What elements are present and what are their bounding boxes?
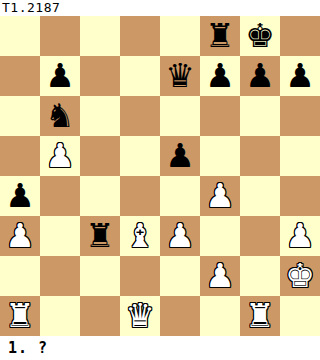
square-c1[interactable]	[80, 296, 120, 336]
square-e8[interactable]	[160, 16, 200, 56]
square-f6[interactable]	[200, 96, 240, 136]
square-c2[interactable]	[80, 256, 120, 296]
square-f5[interactable]	[200, 136, 240, 176]
square-c7[interactable]	[80, 56, 120, 96]
black-rook[interactable]: ♜	[85, 216, 115, 256]
square-b3[interactable]	[40, 216, 80, 256]
square-h1[interactable]	[280, 296, 320, 336]
square-g4[interactable]	[240, 176, 280, 216]
white-pawn[interactable]: ♟	[45, 136, 75, 176]
square-g7[interactable]: ♟	[240, 56, 280, 96]
square-f8[interactable]: ♜	[200, 16, 240, 56]
square-f4[interactable]: ♟	[200, 176, 240, 216]
white-king[interactable]: ♚	[285, 256, 315, 296]
square-a4[interactable]: ♟	[0, 176, 40, 216]
square-e7[interactable]: ♛	[160, 56, 200, 96]
white-pawn[interactable]: ♟	[5, 216, 35, 256]
square-c6[interactable]	[80, 96, 120, 136]
square-d7[interactable]	[120, 56, 160, 96]
square-g5[interactable]	[240, 136, 280, 176]
black-pawn[interactable]: ♟	[45, 56, 75, 96]
square-b4[interactable]	[40, 176, 80, 216]
white-pawn[interactable]: ♟	[165, 216, 195, 256]
square-h6[interactable]	[280, 96, 320, 136]
square-a7[interactable]	[0, 56, 40, 96]
black-rook[interactable]: ♜	[205, 16, 235, 56]
square-d5[interactable]	[120, 136, 160, 176]
square-g3[interactable]	[240, 216, 280, 256]
square-a1[interactable]: ♜	[0, 296, 40, 336]
chess-board: ♜♚♟♛♟♟♟♞♟♟♟♟♟♜♝♟♟♟♚♜♛♜	[0, 16, 320, 336]
square-c4[interactable]	[80, 176, 120, 216]
square-b5[interactable]: ♟	[40, 136, 80, 176]
square-g6[interactable]	[240, 96, 280, 136]
square-d6[interactable]	[120, 96, 160, 136]
square-d8[interactable]	[120, 16, 160, 56]
puzzle-title: T1.2187	[0, 0, 320, 16]
black-pawn[interactable]: ♟	[285, 56, 315, 96]
square-g1[interactable]: ♜	[240, 296, 280, 336]
square-e2[interactable]	[160, 256, 200, 296]
square-c8[interactable]	[80, 16, 120, 56]
square-h8[interactable]	[280, 16, 320, 56]
square-f3[interactable]	[200, 216, 240, 256]
black-king[interactable]: ♚	[245, 16, 275, 56]
square-f2[interactable]: ♟	[200, 256, 240, 296]
white-pawn[interactable]: ♟	[205, 176, 235, 216]
square-e3[interactable]: ♟	[160, 216, 200, 256]
square-a2[interactable]	[0, 256, 40, 296]
square-b1[interactable]	[40, 296, 80, 336]
square-e6[interactable]	[160, 96, 200, 136]
black-pawn[interactable]: ♟	[205, 56, 235, 96]
white-pawn[interactable]: ♟	[205, 256, 235, 296]
black-pawn[interactable]: ♟	[165, 136, 195, 176]
black-queen[interactable]: ♛	[165, 56, 195, 96]
white-pawn[interactable]: ♟	[285, 216, 315, 256]
square-h7[interactable]: ♟	[280, 56, 320, 96]
square-b7[interactable]: ♟	[40, 56, 80, 96]
square-e1[interactable]	[160, 296, 200, 336]
square-g8[interactable]: ♚	[240, 16, 280, 56]
square-a6[interactable]	[0, 96, 40, 136]
square-d4[interactable]	[120, 176, 160, 216]
white-rook[interactable]: ♜	[5, 296, 35, 336]
square-g2[interactable]	[240, 256, 280, 296]
square-b6[interactable]: ♞	[40, 96, 80, 136]
white-rook[interactable]: ♜	[245, 296, 275, 336]
square-c5[interactable]	[80, 136, 120, 176]
square-a5[interactable]	[0, 136, 40, 176]
black-knight[interactable]: ♞	[45, 96, 75, 136]
black-pawn[interactable]: ♟	[5, 176, 35, 216]
square-h5[interactable]	[280, 136, 320, 176]
square-h4[interactable]	[280, 176, 320, 216]
white-queen[interactable]: ♛	[125, 296, 155, 336]
square-d2[interactable]	[120, 256, 160, 296]
square-b2[interactable]	[40, 256, 80, 296]
square-a8[interactable]	[0, 16, 40, 56]
square-h3[interactable]: ♟	[280, 216, 320, 256]
move-prompt: 1. ?	[0, 336, 320, 360]
square-d1[interactable]: ♛	[120, 296, 160, 336]
square-e5[interactable]: ♟	[160, 136, 200, 176]
white-bishop[interactable]: ♝	[125, 216, 155, 256]
square-f7[interactable]: ♟	[200, 56, 240, 96]
square-a3[interactable]: ♟	[0, 216, 40, 256]
square-d3[interactable]: ♝	[120, 216, 160, 256]
square-c3[interactable]: ♜	[80, 216, 120, 256]
black-pawn[interactable]: ♟	[245, 56, 275, 96]
square-f1[interactable]	[200, 296, 240, 336]
square-h2[interactable]: ♚	[280, 256, 320, 296]
square-b8[interactable]	[40, 16, 80, 56]
square-e4[interactable]	[160, 176, 200, 216]
